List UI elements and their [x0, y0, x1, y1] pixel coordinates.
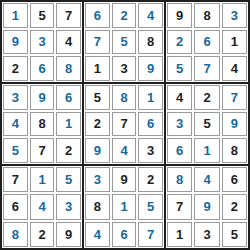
cell-r4c4[interactable]: 5 [85, 85, 110, 110]
cell-r5c5[interactable]: 7 [112, 112, 137, 137]
cell-r3c3[interactable]: 8 [56, 56, 81, 81]
cell-r8c8[interactable]: 9 [194, 194, 219, 219]
cell-r2c3[interactable]: 4 [56, 30, 81, 55]
cell-r8c7[interactable]: 7 [167, 194, 192, 219]
cell-r6c6[interactable]: 3 [138, 138, 163, 163]
cell-r3c1[interactable]: 2 [3, 56, 28, 81]
cell-r2c1[interactable]: 9 [3, 30, 28, 55]
cell-r6c7[interactable]: 6 [167, 138, 192, 163]
cell-r8c9[interactable]: 2 [222, 194, 247, 219]
cell-r4c8[interactable]: 2 [194, 85, 219, 110]
cell-r3c9[interactable]: 4 [222, 56, 247, 81]
box-1: 157934268 [2, 2, 84, 84]
cell-r7c3[interactable]: 5 [56, 167, 81, 192]
cell-r9c6[interactable]: 7 [138, 222, 163, 247]
cell-r3c2[interactable]: 6 [30, 56, 55, 81]
cell-r7c2[interactable]: 1 [30, 167, 55, 192]
cell-r9c5[interactable]: 6 [112, 222, 137, 247]
cell-r9c2[interactable]: 2 [30, 222, 55, 247]
box-7: 715643829 [2, 166, 84, 248]
cell-r5c3[interactable]: 1 [56, 112, 81, 137]
cell-r5c4[interactable]: 2 [85, 112, 110, 137]
cell-r8c1[interactable]: 6 [3, 194, 28, 219]
cell-r6c8[interactable]: 1 [194, 138, 219, 163]
cell-r9c9[interactable]: 5 [222, 222, 247, 247]
cell-r5c9[interactable]: 9 [222, 112, 247, 137]
cell-r4c9[interactable]: 7 [222, 85, 247, 110]
box-4: 396481572 [2, 84, 84, 166]
cell-r4c6[interactable]: 1 [138, 85, 163, 110]
cell-r8c3[interactable]: 3 [56, 194, 81, 219]
cell-r6c2[interactable]: 7 [30, 138, 55, 163]
cell-r1c3[interactable]: 7 [56, 3, 81, 28]
cell-r9c4[interactable]: 4 [85, 222, 110, 247]
cell-r2c6[interactable]: 8 [138, 30, 163, 55]
sudoku-board: 1579342686247581399832615743964815725812… [0, 0, 250, 250]
cell-r4c2[interactable]: 9 [30, 85, 55, 110]
cell-r6c1[interactable]: 5 [3, 138, 28, 163]
cell-r4c3[interactable]: 6 [56, 85, 81, 110]
cell-r4c5[interactable]: 8 [112, 85, 137, 110]
cell-r6c9[interactable]: 8 [222, 138, 247, 163]
cell-r2c4[interactable]: 7 [85, 30, 110, 55]
cell-r8c2[interactable]: 4 [30, 194, 55, 219]
cell-r8c6[interactable]: 5 [138, 194, 163, 219]
cell-r9c7[interactable]: 1 [167, 222, 192, 247]
cell-r8c4[interactable]: 8 [85, 194, 110, 219]
cell-r4c7[interactable]: 4 [167, 85, 192, 110]
cell-r7c5[interactable]: 9 [112, 167, 137, 192]
cell-r1c8[interactable]: 8 [194, 3, 219, 28]
box-3: 983261574 [166, 2, 248, 84]
cell-r2c5[interactable]: 5 [112, 30, 137, 55]
cell-r2c2[interactable]: 3 [30, 30, 55, 55]
cell-r1c6[interactable]: 4 [138, 3, 163, 28]
cell-r2c9[interactable]: 1 [222, 30, 247, 55]
cell-r6c4[interactable]: 9 [85, 138, 110, 163]
cell-r7c8[interactable]: 4 [194, 167, 219, 192]
cell-r8c5[interactable]: 1 [112, 194, 137, 219]
cell-r2c8[interactable]: 6 [194, 30, 219, 55]
cell-r7c6[interactable]: 2 [138, 167, 163, 192]
cell-r4c1[interactable]: 3 [3, 85, 28, 110]
cell-r1c7[interactable]: 9 [167, 3, 192, 28]
cell-r9c1[interactable]: 8 [3, 222, 28, 247]
cell-r1c5[interactable]: 2 [112, 3, 137, 28]
cell-r7c7[interactable]: 8 [167, 167, 192, 192]
cell-r5c8[interactable]: 5 [194, 112, 219, 137]
cell-r9c8[interactable]: 3 [194, 222, 219, 247]
cell-r3c7[interactable]: 5 [167, 56, 192, 81]
box-6: 427359618 [166, 84, 248, 166]
cell-r2c7[interactable]: 2 [167, 30, 192, 55]
box-5: 581276943 [84, 84, 166, 166]
cell-r1c2[interactable]: 5 [30, 3, 55, 28]
cell-r3c8[interactable]: 7 [194, 56, 219, 81]
cell-r7c9[interactable]: 6 [222, 167, 247, 192]
box-9: 846792135 [166, 166, 248, 248]
cell-r5c2[interactable]: 8 [30, 112, 55, 137]
cell-r7c1[interactable]: 7 [3, 167, 28, 192]
cell-r1c4[interactable]: 6 [85, 3, 110, 28]
cell-r3c5[interactable]: 3 [112, 56, 137, 81]
cell-r5c6[interactable]: 6 [138, 112, 163, 137]
cell-r1c9[interactable]: 3 [222, 3, 247, 28]
cell-r3c4[interactable]: 1 [85, 56, 110, 81]
box-2: 624758139 [84, 2, 166, 84]
cell-r3c6[interactable]: 9 [138, 56, 163, 81]
cell-r7c4[interactable]: 3 [85, 167, 110, 192]
cell-r5c1[interactable]: 4 [3, 112, 28, 137]
cell-r6c5[interactable]: 4 [112, 138, 137, 163]
box-8: 392815467 [84, 166, 166, 248]
cell-r6c3[interactable]: 2 [56, 138, 81, 163]
cell-r9c3[interactable]: 9 [56, 222, 81, 247]
cell-r1c1[interactable]: 1 [3, 3, 28, 28]
cell-r5c7[interactable]: 3 [167, 112, 192, 137]
